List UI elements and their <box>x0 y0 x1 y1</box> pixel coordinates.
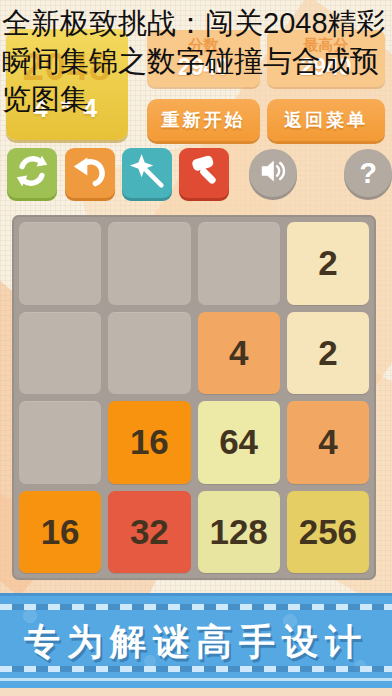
sound-icon <box>257 155 289 191</box>
magic-wand-button[interactable] <box>122 148 172 198</box>
magic-wand-icon <box>129 153 165 193</box>
app-screen: 2048 4 * 4 分数 2940 最高分 2940 重新开始 返回菜单 <box>0 0 392 696</box>
page-title: 全新极致挑战：闯关2048精彩瞬间集锦之数字碰撞与合成预览图集 <box>2 4 392 118</box>
empty-cell <box>19 401 101 484</box>
tile-16: 16 <box>19 491 101 574</box>
tile-128: 128 <box>198 491 280 574</box>
empty-cell <box>19 312 101 395</box>
tile-4: 4 <box>198 312 280 395</box>
refresh-button[interactable] <box>7 148 57 198</box>
help-icon: ? <box>359 157 377 190</box>
tile-256: 256 <box>287 491 369 574</box>
hammer-icon <box>186 153 222 193</box>
tile-2: 2 <box>287 312 369 395</box>
sound-button[interactable] <box>249 149 297 197</box>
hammer-button[interactable] <box>179 148 229 198</box>
empty-cell <box>108 222 190 305</box>
banner-dashed-line <box>0 604 392 610</box>
empty-cell <box>198 222 280 305</box>
empty-cell <box>19 222 101 305</box>
tile-32: 32 <box>108 491 190 574</box>
banner-accent-line <box>0 678 392 681</box>
help-button[interactable]: ? <box>344 149 392 197</box>
undo-button[interactable] <box>65 148 115 198</box>
tile-64: 64 <box>198 401 280 484</box>
banner-dashed-line <box>0 666 392 672</box>
banner-text: 专为解谜高手设计 <box>24 624 368 660</box>
refresh-icon <box>14 153 50 193</box>
empty-cell <box>108 312 190 395</box>
tile-16: 16 <box>108 401 190 484</box>
undo-icon <box>72 153 108 193</box>
bottom-strip <box>0 688 392 696</box>
tile-2: 2 <box>287 222 369 305</box>
game-board[interactable]: 242166441632128256 <box>12 215 376 580</box>
bottom-banner: 专为解谜高手设计 <box>0 593 392 688</box>
tile-4: 4 <box>287 401 369 484</box>
